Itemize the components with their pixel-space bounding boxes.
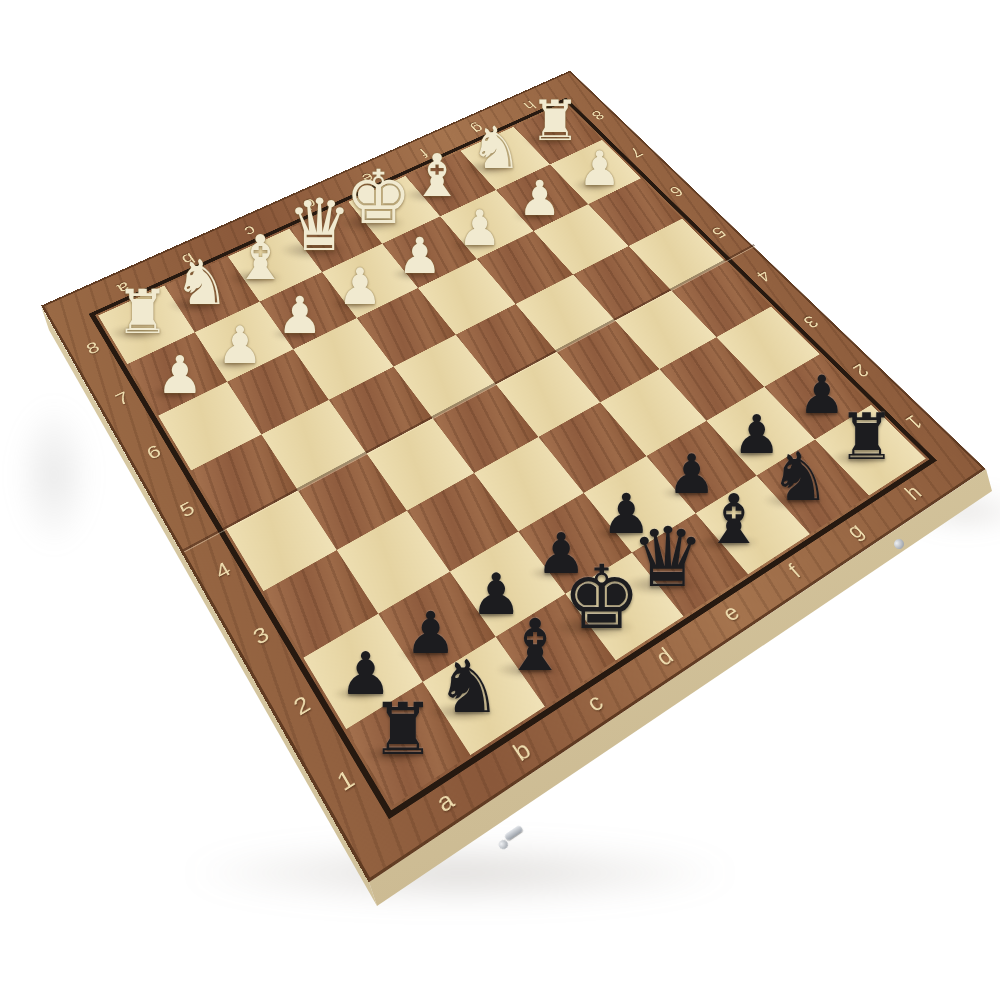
hinge-ball [892,537,906,551]
board-grid [98,103,926,805]
board-shadow [180,842,740,904]
metal-clasp [494,819,534,856]
edge-shadow-left [14,400,94,550]
metal-hinge-pin [888,534,910,554]
chess-board: abcdefgh abcdefgh 87654321 87654321 [41,71,986,883]
clasp-bar [504,825,524,841]
